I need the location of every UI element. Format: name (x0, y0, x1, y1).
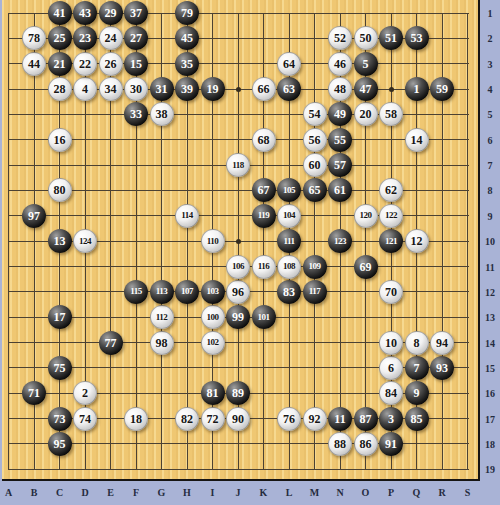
stone-move-number: 21 (54, 57, 66, 69)
stone-move-number: 77 (105, 336, 117, 348)
stone-move-number: 50 (360, 32, 372, 44)
stone-O9-move-120[interactable]: 120 (354, 204, 378, 228)
stone-C3-move-21[interactable]: 21 (48, 52, 72, 76)
stone-move-number: 76 (283, 412, 295, 424)
stone-D10-move-124[interactable]: 124 (73, 229, 97, 253)
stone-move-number: 58 (385, 108, 397, 120)
stone-C4-move-28[interactable]: 28 (48, 77, 72, 101)
stone-F17-move-18[interactable]: 18 (124, 407, 148, 431)
stone-N4-move-48[interactable]: 48 (328, 77, 352, 101)
stone-move-number: 25 (54, 32, 66, 44)
row-label-19: 19 (485, 464, 495, 475)
column-label-C: C (56, 487, 63, 498)
stone-M12-move-117[interactable]: 117 (303, 280, 327, 304)
stone-move-number: 37 (130, 7, 142, 19)
stone-G5-move-38[interactable]: 38 (150, 102, 174, 126)
stone-move-number: 13 (54, 235, 66, 247)
stone-move-number: 70 (385, 285, 397, 297)
stone-move-number: 78 (28, 32, 40, 44)
stone-move-number: 105 (283, 185, 295, 194)
stone-J13-move-99[interactable]: 99 (226, 305, 250, 329)
stone-move-number: 73 (54, 412, 66, 424)
star-point (236, 239, 241, 244)
stone-P14-move-10[interactable]: 10 (379, 331, 403, 355)
row-label-10: 10 (485, 236, 495, 247)
column-label-B: B (31, 487, 38, 498)
stone-move-number: 74 (79, 412, 91, 424)
stone-move-number: 9 (414, 387, 420, 399)
stone-P17-move-3[interactable]: 3 (379, 407, 403, 431)
stone-C17-move-73[interactable]: 73 (48, 407, 72, 431)
stone-C13-move-17[interactable]: 17 (48, 305, 72, 329)
stone-move-number: 52 (334, 32, 346, 44)
column-label-P: P (388, 487, 394, 498)
stone-F1-move-37[interactable]: 37 (124, 1, 148, 25)
stone-P15-move-6[interactable]: 6 (379, 356, 403, 380)
stone-C1-move-41[interactable]: 41 (48, 1, 72, 25)
stone-M17-move-92[interactable]: 92 (303, 407, 327, 431)
stone-move-number: 12 (411, 235, 423, 247)
go-board-canvas: 1234567891011121314151617181920212223242… (0, 0, 500, 505)
stone-move-number: 35 (181, 57, 193, 69)
stone-move-number: 5 (363, 57, 369, 69)
stone-F3-move-15[interactable]: 15 (124, 52, 148, 76)
row-label-14: 14 (485, 337, 495, 348)
stone-move-number: 124 (79, 236, 91, 245)
stone-move-number: 121 (385, 236, 397, 245)
stone-move-number: 75 (54, 361, 66, 373)
column-label-I: I (211, 487, 215, 498)
stone-move-number: 56 (309, 133, 321, 145)
stone-move-number: 43 (79, 7, 91, 19)
stone-move-number: 16 (54, 133, 66, 145)
stone-move-number: 99 (232, 311, 244, 323)
stone-move-number: 97 (28, 209, 40, 221)
stone-B9-move-97[interactable]: 97 (22, 204, 46, 228)
stone-move-number: 85 (411, 412, 423, 424)
grid-line-vertical (8, 13, 9, 470)
stone-N10-move-123[interactable]: 123 (328, 229, 352, 253)
stone-N6-move-55[interactable]: 55 (328, 128, 352, 152)
stone-D4-move-4[interactable]: 4 (73, 77, 97, 101)
stone-G13-move-112[interactable]: 112 (150, 305, 174, 329)
stone-L4-move-63[interactable]: 63 (277, 77, 301, 101)
row-label-8: 8 (488, 185, 493, 196)
stone-move-number: 49 (334, 108, 346, 120)
stone-H1-move-79[interactable]: 79 (175, 1, 199, 25)
stone-move-number: 4 (82, 83, 88, 95)
stone-P18-move-91[interactable]: 91 (379, 432, 403, 456)
stone-E2-move-24[interactable]: 24 (99, 26, 123, 50)
stone-move-number: 88 (334, 437, 346, 449)
row-label-1: 1 (488, 8, 493, 19)
stone-move-number: 17 (54, 311, 66, 323)
stone-move-number: 69 (360, 260, 372, 272)
stone-move-number: 94 (436, 336, 448, 348)
column-label-N: N (336, 487, 343, 498)
grid-line-horizontal (9, 139, 469, 140)
stone-move-number: 89 (232, 387, 244, 399)
stone-move-number: 92 (309, 412, 321, 424)
stone-move-number: 114 (181, 211, 193, 220)
row-label-6: 6 (488, 134, 493, 145)
stone-G14-move-98[interactable]: 98 (150, 331, 174, 355)
stone-C2-move-25[interactable]: 25 (48, 26, 72, 50)
stone-K13-move-101[interactable]: 101 (252, 305, 276, 329)
stone-J11-move-106[interactable]: 106 (226, 255, 250, 279)
stone-G12-move-113[interactable]: 113 (150, 280, 174, 304)
row-label-17: 17 (485, 413, 495, 424)
stone-move-number: 2 (82, 387, 88, 399)
stone-O5-move-20[interactable]: 20 (354, 102, 378, 126)
stone-move-number: 53 (411, 32, 423, 44)
stone-move-number: 107 (181, 287, 193, 296)
star-point (236, 87, 241, 92)
stone-move-number: 68 (258, 133, 270, 145)
column-label-A: A (5, 487, 12, 498)
stone-Q15-move-7[interactable]: 7 (405, 356, 429, 380)
row-label-7: 7 (488, 160, 493, 171)
stone-F4-move-30[interactable]: 30 (124, 77, 148, 101)
stone-Q2-move-53[interactable]: 53 (405, 26, 429, 50)
stone-F12-move-115[interactable]: 115 (124, 280, 148, 304)
row-label-2: 2 (488, 33, 493, 44)
stone-Q10-move-12[interactable]: 12 (405, 229, 429, 253)
stone-move-number: 59 (436, 83, 448, 95)
stone-move-number: 83 (283, 285, 295, 297)
stone-H12-move-107[interactable]: 107 (175, 280, 199, 304)
stone-R15-move-93[interactable]: 93 (430, 356, 454, 380)
stone-I13-move-100[interactable]: 100 (201, 305, 225, 329)
stone-move-number: 90 (232, 412, 244, 424)
stone-move-number: 33 (130, 108, 142, 120)
stone-move-number: 62 (385, 184, 397, 196)
stone-I17-move-72[interactable]: 72 (201, 407, 225, 431)
stone-K4-move-66[interactable]: 66 (252, 77, 276, 101)
stone-move-number: 80 (54, 184, 66, 196)
stone-move-number: 29 (105, 7, 117, 19)
stone-move-number: 3 (388, 412, 394, 424)
stone-move-number: 115 (130, 287, 142, 296)
stone-move-number: 101 (258, 312, 270, 321)
stone-L3-move-64[interactable]: 64 (277, 52, 301, 76)
stone-move-number: 31 (156, 83, 168, 95)
stone-move-number: 23 (79, 32, 91, 44)
stone-L9-move-104[interactable]: 104 (277, 204, 301, 228)
stone-move-number: 54 (309, 108, 321, 120)
stone-move-number: 67 (258, 184, 270, 196)
stone-move-number: 48 (334, 83, 346, 95)
row-label-13: 13 (485, 312, 495, 323)
stone-move-number: 106 (232, 262, 244, 271)
stone-P9-move-122[interactable]: 122 (379, 204, 403, 228)
stone-move-number: 110 (207, 236, 219, 245)
stone-P12-move-70[interactable]: 70 (379, 280, 403, 304)
stone-move-number: 103 (207, 287, 219, 296)
stone-M5-move-54[interactable]: 54 (303, 102, 327, 126)
stone-K9-move-119[interactable]: 119 (252, 204, 276, 228)
stone-move-number: 8 (414, 336, 420, 348)
stone-O3-move-5[interactable]: 5 (354, 52, 378, 76)
stone-C10-move-13[interactable]: 13 (48, 229, 72, 253)
stone-move-number: 38 (156, 108, 168, 120)
stone-move-number: 41 (54, 7, 66, 19)
stone-B3-move-44[interactable]: 44 (22, 52, 46, 76)
stone-move-number: 57 (334, 159, 346, 171)
stone-M8-move-65[interactable]: 65 (303, 178, 327, 202)
stone-move-number: 66 (258, 83, 270, 95)
stone-move-number: 22 (79, 57, 91, 69)
stone-C8-move-80[interactable]: 80 (48, 178, 72, 202)
stone-move-number: 65 (309, 184, 321, 196)
stone-I10-move-110[interactable]: 110 (201, 229, 225, 253)
stone-move-number: 14 (411, 133, 423, 145)
stone-Q14-move-8[interactable]: 8 (405, 331, 429, 355)
stone-move-number: 47 (360, 83, 372, 95)
stone-M11-move-109[interactable]: 109 (303, 255, 327, 279)
column-label-F: F (133, 487, 139, 498)
stone-L11-move-108[interactable]: 108 (277, 255, 301, 279)
stone-move-number: 119 (258, 211, 270, 220)
stone-K8-move-67[interactable]: 67 (252, 178, 276, 202)
stone-E14-move-77[interactable]: 77 (99, 331, 123, 355)
stone-move-number: 39 (181, 83, 193, 95)
stone-move-number: 26 (105, 57, 117, 69)
stone-N3-move-46[interactable]: 46 (328, 52, 352, 76)
stone-M7-move-60[interactable]: 60 (303, 153, 327, 177)
stone-move-number: 61 (334, 184, 346, 196)
stone-move-number: 113 (156, 287, 168, 296)
stone-move-number: 104 (283, 211, 295, 220)
stone-move-number: 122 (385, 211, 397, 220)
stone-move-number: 86 (360, 437, 372, 449)
stone-move-number: 45 (181, 32, 193, 44)
column-label-G: G (158, 487, 166, 498)
stone-move-number: 91 (385, 437, 397, 449)
grid-line-horizontal (9, 469, 469, 470)
stone-move-number: 44 (28, 57, 40, 69)
stone-J17-move-90[interactable]: 90 (226, 407, 250, 431)
stone-move-number: 71 (28, 387, 40, 399)
stone-Q6-move-14[interactable]: 14 (405, 128, 429, 152)
row-label-11: 11 (485, 261, 494, 272)
stone-Q16-move-9[interactable]: 9 (405, 381, 429, 405)
stone-P10-move-121[interactable]: 121 (379, 229, 403, 253)
column-label-O: O (362, 487, 370, 498)
stone-move-number: 98 (156, 336, 168, 348)
stone-move-number: 28 (54, 83, 66, 95)
stone-D3-move-22[interactable]: 22 (73, 52, 97, 76)
star-point (389, 87, 394, 92)
stone-move-number: 34 (105, 83, 117, 95)
stone-move-number: 120 (360, 211, 372, 220)
stone-move-number: 1 (414, 83, 420, 95)
stone-H9-move-114[interactable]: 114 (175, 204, 199, 228)
stone-M6-move-56[interactable]: 56 (303, 128, 327, 152)
stone-O18-move-86[interactable]: 86 (354, 432, 378, 456)
stone-move-number: 24 (105, 32, 117, 44)
stone-E1-move-29[interactable]: 29 (99, 1, 123, 25)
stone-move-number: 72 (207, 412, 219, 424)
stone-H3-move-35[interactable]: 35 (175, 52, 199, 76)
row-label-15: 15 (485, 362, 495, 373)
stone-move-number: 19 (207, 83, 219, 95)
stone-move-number: 102 (207, 338, 219, 347)
row-label-4: 4 (488, 84, 493, 95)
stone-move-number: 27 (130, 32, 142, 44)
stone-move-number: 95 (54, 437, 66, 449)
stone-move-number: 10 (385, 336, 397, 348)
stone-move-number: 100 (207, 312, 219, 321)
stone-C6-move-16[interactable]: 16 (48, 128, 72, 152)
stone-L12-move-83[interactable]: 83 (277, 280, 301, 304)
row-label-5: 5 (488, 109, 493, 120)
stone-K11-move-116[interactable]: 116 (252, 255, 276, 279)
stone-O17-move-87[interactable]: 87 (354, 407, 378, 431)
stone-move-number: 63 (283, 83, 295, 95)
column-label-E: E (107, 487, 114, 498)
stone-C15-move-75[interactable]: 75 (48, 356, 72, 380)
stone-R4-move-59[interactable]: 59 (430, 77, 454, 101)
stone-move-number: 11 (334, 412, 345, 424)
column-label-S: S (465, 487, 471, 498)
stone-move-number: 60 (309, 159, 321, 171)
stone-I16-move-81[interactable]: 81 (201, 381, 225, 405)
stone-J7-move-118[interactable]: 118 (226, 153, 250, 177)
stone-N18-move-88[interactable]: 88 (328, 432, 352, 456)
stone-N17-move-11[interactable]: 11 (328, 407, 352, 431)
stone-move-number: 79 (181, 7, 193, 19)
row-label-18: 18 (485, 438, 495, 449)
row-label-12: 12 (485, 286, 495, 297)
stone-move-number: 15 (130, 57, 142, 69)
stone-move-number: 108 (283, 262, 295, 271)
stone-move-number: 55 (334, 133, 346, 145)
stone-K6-move-68[interactable]: 68 (252, 128, 276, 152)
stone-I4-move-19[interactable]: 19 (201, 77, 225, 101)
stone-move-number: 116 (258, 262, 270, 271)
stone-O11-move-69[interactable]: 69 (354, 255, 378, 279)
stone-move-number: 81 (207, 387, 219, 399)
column-label-Q: Q (413, 487, 421, 498)
stone-H4-move-39[interactable]: 39 (175, 77, 199, 101)
stone-Q17-move-85[interactable]: 85 (405, 407, 429, 431)
stone-O4-move-47[interactable]: 47 (354, 77, 378, 101)
column-label-D: D (81, 487, 88, 498)
stone-I12-move-103[interactable]: 103 (201, 280, 225, 304)
stone-C18-move-95[interactable]: 95 (48, 432, 72, 456)
stone-move-number: 46 (334, 57, 346, 69)
stone-L17-move-76[interactable]: 76 (277, 407, 301, 431)
stone-E3-move-26[interactable]: 26 (99, 52, 123, 76)
stone-move-number: 96 (232, 285, 244, 297)
stone-move-number: 18 (130, 412, 142, 424)
stone-move-number: 82 (181, 412, 193, 424)
column-label-H: H (183, 487, 191, 498)
grid-line-vertical (467, 13, 468, 470)
stone-Q4-move-1[interactable]: 1 (405, 77, 429, 101)
stone-move-number: 109 (309, 262, 321, 271)
stone-move-number: 118 (232, 160, 244, 169)
column-label-R: R (438, 487, 445, 498)
stone-move-number: 20 (360, 108, 372, 120)
stone-move-number: 51 (385, 32, 397, 44)
stone-move-number: 111 (283, 236, 294, 245)
stone-move-number: 30 (130, 83, 142, 95)
stone-H17-move-82[interactable]: 82 (175, 407, 199, 431)
column-label-K: K (260, 487, 268, 498)
stone-G4-move-31[interactable]: 31 (150, 77, 174, 101)
stone-D17-move-74[interactable]: 74 (73, 407, 97, 431)
stone-move-number: 123 (334, 236, 346, 245)
stone-R14-move-94[interactable]: 94 (430, 331, 454, 355)
column-label-J: J (236, 487, 241, 498)
stone-move-number: 7 (414, 361, 420, 373)
stone-move-number: 84 (385, 387, 397, 399)
stone-E4-move-34[interactable]: 34 (99, 77, 123, 101)
stone-I14-move-102[interactable]: 102 (201, 331, 225, 355)
stone-move-number: 112 (156, 312, 168, 321)
column-label-L: L (286, 487, 293, 498)
stone-move-number: 6 (388, 361, 394, 373)
stone-L10-move-111[interactable]: 111 (277, 229, 301, 253)
stone-move-number: 87 (360, 412, 372, 424)
stone-N7-move-57[interactable]: 57 (328, 153, 352, 177)
row-label-3: 3 (488, 58, 493, 69)
stone-move-number: 93 (436, 361, 448, 373)
grid-line-vertical (314, 13, 315, 470)
stone-D1-move-43[interactable]: 43 (73, 1, 97, 25)
row-label-16: 16 (485, 388, 495, 399)
stone-O2-move-50[interactable]: 50 (354, 26, 378, 50)
stone-J12-move-96[interactable]: 96 (226, 280, 250, 304)
row-label-9: 9 (488, 210, 493, 221)
stone-move-number: 64 (283, 57, 295, 69)
column-label-M: M (310, 487, 319, 498)
stone-move-number: 117 (309, 287, 321, 296)
